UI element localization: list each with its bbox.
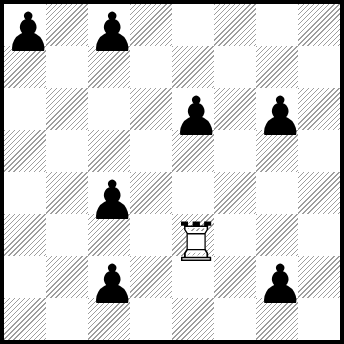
square-b4[interactable]: [46, 172, 88, 214]
square-a4[interactable]: [4, 172, 46, 214]
square-e3[interactable]: ♜♖: [172, 214, 214, 256]
square-h4[interactable]: [298, 172, 340, 214]
chess-board: ♟♟♟♟♟♜♖♟♟: [4, 4, 340, 340]
square-e4[interactable]: [172, 172, 214, 214]
square-h7[interactable]: [298, 46, 340, 88]
square-g3[interactable]: [256, 214, 298, 256]
square-c6[interactable]: [88, 88, 130, 130]
square-b1[interactable]: [46, 298, 88, 340]
square-a5[interactable]: [4, 130, 46, 172]
square-b6[interactable]: [46, 88, 88, 130]
square-f8[interactable]: [214, 4, 256, 46]
square-g7[interactable]: [256, 46, 298, 88]
square-c4[interactable]: ♟: [88, 172, 130, 214]
black-pawn[interactable]: ♟: [172, 90, 220, 144]
black-pawn[interactable]: ♟: [88, 174, 136, 228]
square-e7[interactable]: [172, 46, 214, 88]
square-h3[interactable]: [298, 214, 340, 256]
square-f1[interactable]: [214, 298, 256, 340]
black-pawn[interactable]: ♟: [88, 6, 136, 60]
chess-board-frame: ♟♟♟♟♟♜♖♟♟: [0, 0, 344, 344]
black-pawn[interactable]: ♟: [256, 90, 304, 144]
square-c5[interactable]: [88, 130, 130, 172]
square-c8[interactable]: ♟: [88, 4, 130, 46]
square-d5[interactable]: [130, 130, 172, 172]
square-g8[interactable]: [256, 4, 298, 46]
square-a1[interactable]: [4, 298, 46, 340]
square-a6[interactable]: [4, 88, 46, 130]
square-b5[interactable]: [46, 130, 88, 172]
square-g6[interactable]: ♟: [256, 88, 298, 130]
square-b2[interactable]: [46, 256, 88, 298]
black-pawn[interactable]: ♟: [4, 6, 52, 60]
square-a2[interactable]: [4, 256, 46, 298]
square-d6[interactable]: [130, 88, 172, 130]
square-h8[interactable]: [298, 4, 340, 46]
square-f4[interactable]: [214, 172, 256, 214]
white-rook[interactable]: ♖: [172, 216, 220, 270]
square-e6[interactable]: ♟: [172, 88, 214, 130]
square-f7[interactable]: [214, 46, 256, 88]
black-pawn[interactable]: ♟: [256, 258, 304, 312]
square-e1[interactable]: [172, 298, 214, 340]
square-e8[interactable]: [172, 4, 214, 46]
black-pawn[interactable]: ♟: [88, 258, 136, 312]
square-c2[interactable]: ♟: [88, 256, 130, 298]
square-a8[interactable]: ♟: [4, 4, 46, 46]
square-b3[interactable]: [46, 214, 88, 256]
square-a3[interactable]: [4, 214, 46, 256]
square-g2[interactable]: ♟: [256, 256, 298, 298]
square-g4[interactable]: [256, 172, 298, 214]
